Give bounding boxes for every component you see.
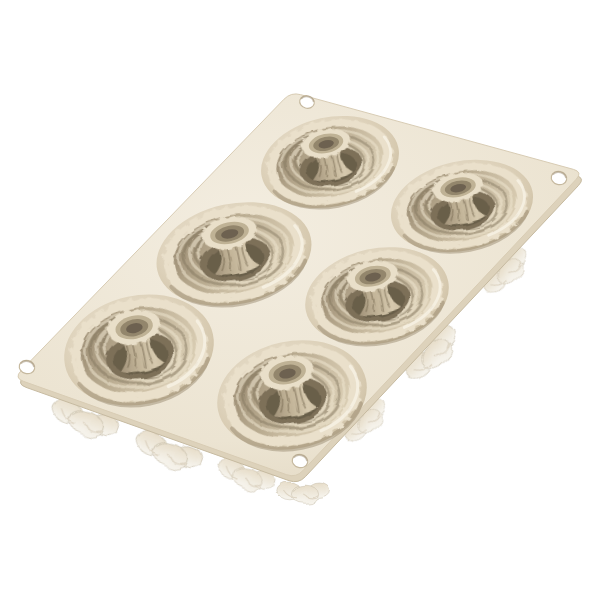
silicone-bundt-mold-photo xyxy=(0,0,600,600)
product-photo-stage xyxy=(0,0,600,600)
